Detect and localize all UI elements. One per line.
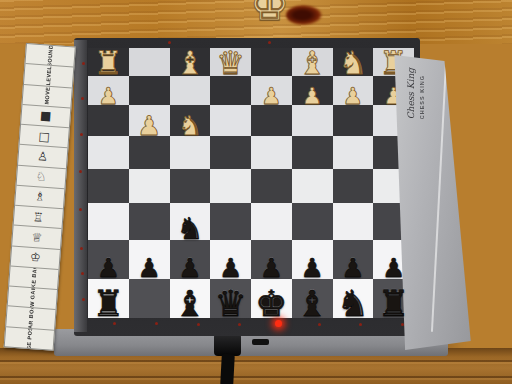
square-d1[interactable]: ♛ (210, 48, 251, 76)
square-a7[interactable]: ♟ (88, 240, 129, 278)
white-pawn[interactable]: ♟ (261, 86, 282, 107)
black-pawn[interactable]: ♟ (137, 257, 160, 280)
square-a5[interactable] (88, 169, 129, 204)
status-led (79, 170, 82, 173)
panel-label: SOUND (46, 44, 54, 66)
panel-button-change-position[interactable]: CHANGE POSITION (5, 327, 54, 350)
square-d3[interactable] (210, 105, 251, 136)
black-pawn[interactable]: ♟ (97, 257, 120, 280)
status-led (168, 41, 171, 44)
square-d8[interactable]: ♛ (210, 279, 251, 318)
square-d7[interactable]: ♟ (210, 240, 251, 278)
square-e6[interactable] (251, 203, 292, 240)
square-b6[interactable] (129, 203, 170, 240)
board-frame-left-face (74, 40, 87, 332)
square-d5[interactable] (210, 169, 251, 204)
square-f6[interactable] (292, 203, 333, 240)
square-h8[interactable]: ♜ (373, 279, 414, 318)
square-f8[interactable]: ♝ (292, 279, 333, 318)
black-pawn[interactable]: ♟ (300, 257, 323, 280)
square-c1[interactable]: ♝ (170, 48, 211, 76)
white-rook[interactable]: ♜ (94, 49, 123, 78)
square-g7[interactable]: ♟ (333, 240, 374, 278)
square-b1[interactable] (129, 48, 170, 76)
square-g6[interactable] (333, 203, 374, 240)
panel-label: CHANGE POSITION (24, 327, 34, 350)
status-led (81, 97, 84, 100)
black-pawn[interactable]: ♟ (219, 257, 242, 280)
captured-white-king[interactable]: ♚ (250, 0, 289, 25)
square-b5[interactable] (129, 169, 170, 204)
square-g5[interactable] (333, 169, 374, 204)
square-g8[interactable]: ♞ (333, 279, 374, 318)
panel-knight-icon: ♘ (35, 170, 47, 183)
white-pawn[interactable]: ♟ (137, 114, 161, 138)
square-a6[interactable] (88, 203, 129, 240)
square-b3[interactable]: ♟ (129, 105, 170, 136)
square-e5[interactable] (251, 169, 292, 204)
square-a1[interactable]: ♜ (88, 48, 129, 76)
panel-label: MOVE (44, 87, 51, 105)
square-g1[interactable]: ♞ (333, 48, 374, 76)
panel-label: TAKE BACK (30, 266, 39, 290)
panel-rook-icon: ♖ (32, 211, 44, 224)
wing-ridge (431, 62, 447, 332)
white-bishop[interactable]: ♝ (176, 49, 205, 78)
square-b7[interactable]: ♟ (129, 240, 170, 278)
status-led (82, 298, 85, 301)
status-led (79, 208, 82, 211)
status-led (155, 322, 158, 325)
square-c5[interactable] (170, 169, 211, 204)
status-led (80, 133, 83, 136)
square-f1[interactable]: ♝ (292, 48, 333, 76)
square-a3[interactable] (88, 105, 129, 136)
square-f5[interactable] (292, 169, 333, 204)
square-f4[interactable] (292, 136, 333, 169)
panel-light-square-icon: □ (38, 130, 50, 143)
square-f7[interactable]: ♟ (292, 240, 333, 278)
square-d6[interactable] (210, 203, 251, 240)
square-e1[interactable] (251, 48, 292, 76)
square-g3[interactable] (333, 105, 374, 136)
square-c4[interactable] (170, 136, 211, 169)
status-led (80, 247, 83, 250)
black-bishop[interactable]: ♝ (296, 288, 328, 320)
power-plug (214, 333, 241, 356)
square-g4[interactable] (333, 136, 374, 169)
black-queen[interactable]: ♛ (214, 288, 246, 320)
black-pawn[interactable]: ♟ (382, 257, 405, 280)
square-c3[interactable]: ♞ (170, 105, 211, 136)
black-pawn[interactable]: ♟ (178, 257, 201, 280)
brand-label: CHESS KING (419, 72, 425, 119)
square-f3[interactable] (292, 105, 333, 136)
brand-script-logo: Chess King (406, 68, 416, 119)
black-knight[interactable]: ♞ (176, 215, 203, 242)
photo-stage: ♜♝♛♝♞♜♟♟♟♟♟♟♞♞♟♟♟♟♟♟♟♟♜♝♛♚♝♞♜ ♚ SOUNDLEV… (0, 0, 512, 384)
square-e3[interactable] (251, 105, 292, 136)
status-led (82, 62, 85, 65)
status-led (81, 272, 84, 275)
panel-label: LEVEL (45, 66, 52, 86)
white-pawn[interactable]: ♟ (302, 86, 323, 107)
square-b8[interactable] (129, 279, 170, 318)
square-d4[interactable] (210, 136, 251, 169)
black-rook[interactable]: ♜ (377, 288, 409, 320)
square-e2[interactable]: ♟ (251, 76, 292, 105)
panel-dark-square-icon: ■ (40, 110, 52, 123)
square-a4[interactable] (88, 136, 129, 169)
black-king[interactable]: ♚ (255, 288, 287, 320)
black-pawn[interactable]: ♟ (260, 257, 283, 280)
black-rook[interactable]: ♜ (92, 288, 124, 320)
panel-label: CLEAR BOARD (26, 307, 35, 331)
square-e7[interactable]: ♟ (251, 240, 292, 278)
panel-queen-icon: ♕ (31, 231, 43, 244)
black-knight[interactable]: ♞ (337, 288, 369, 320)
square-e8[interactable]: ♚ (251, 279, 292, 318)
wood-knot (286, 5, 322, 25)
connector-slot (252, 339, 269, 345)
black-pawn[interactable]: ♟ (341, 257, 364, 280)
white-queen[interactable]: ♛ (216, 49, 245, 78)
black-bishop[interactable]: ♝ (174, 288, 206, 320)
square-e4[interactable] (251, 136, 292, 169)
panel-label: NEW GAME (28, 287, 36, 311)
panel-bishop-icon: ♗ (34, 191, 46, 204)
square-b4[interactable] (129, 136, 170, 169)
status-led (268, 41, 271, 44)
white-pawn[interactable]: ♟ (343, 86, 364, 107)
control-panel: SOUNDLEVELMOVE■□♙♘♗♖♕♔TAKE BACKNEW GAMEC… (4, 43, 76, 351)
square-c8[interactable]: ♝ (170, 279, 211, 318)
white-knight[interactable]: ♞ (178, 114, 202, 138)
white-bishop[interactable]: ♝ (298, 49, 327, 78)
square-b2[interactable] (129, 76, 170, 105)
square-c6[interactable]: ♞ (170, 203, 211, 240)
square-a8[interactable]: ♜ (88, 279, 129, 318)
chess-board: ♜♝♛♝♞♜♟♟♟♟♟♟♞♞♟♟♟♟♟♟♟♟♜♝♛♚♝♞♜ (88, 48, 414, 318)
panel-king-icon: ♔ (29, 251, 41, 264)
power-cable (220, 354, 235, 384)
white-knight[interactable]: ♞ (339, 49, 368, 78)
white-pawn[interactable]: ♟ (98, 86, 119, 107)
panel-pawn-icon: ♙ (37, 150, 49, 163)
